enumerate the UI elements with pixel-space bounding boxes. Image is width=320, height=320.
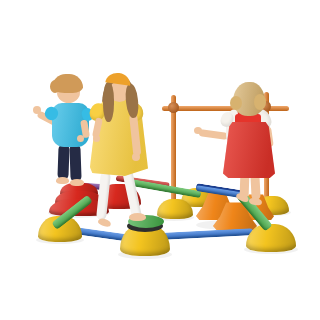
child-middle-hair-strand — [103, 82, 114, 122]
child-middle-hand — [93, 135, 100, 142]
rotating-disc — [128, 215, 164, 228]
child-left-tshirt — [52, 103, 89, 147]
child-left-hand — [33, 106, 41, 114]
child-left-foot — [56, 177, 69, 184]
crossbar-clamp-left — [168, 102, 179, 113]
child-left-arm-down — [80, 119, 90, 138]
child-right — [0, 0, 320, 320]
child-middle-hair-back — [102, 76, 137, 126]
child-left-leg — [57, 144, 69, 180]
child-middle-hair-strand — [124, 83, 139, 118]
child-right-arm-extended — [199, 129, 229, 140]
child-left-hair-side — [50, 80, 60, 93]
child-left-hand — [77, 135, 84, 142]
child-right-hand — [194, 127, 202, 134]
plank-blue-right — [160, 228, 253, 240]
child-middle-dress — [90, 100, 148, 176]
child-middle-face — [109, 81, 130, 102]
child-left-face — [57, 82, 80, 103]
crossbar-clamp-right — [260, 101, 271, 112]
child-middle-arm-front — [92, 117, 103, 138]
child-middle-headband — [105, 71, 131, 85]
pole-base-dome-left — [157, 199, 193, 219]
child-right-overall-bib — [235, 114, 261, 126]
child-left-sleeve — [81, 107, 95, 122]
child-left — [0, 0, 320, 320]
child-middle-arm-reaching — [129, 114, 141, 157]
child-left-hair — [52, 74, 83, 93]
product-photo-scene — [0, 0, 320, 320]
child-right-sleeve — [219, 110, 235, 128]
child-middle-ruffle-sleeve — [126, 101, 145, 122]
child-middle — [0, 0, 320, 320]
child-middle-hand — [132, 153, 140, 161]
child-middle-ruffle-sleeve — [87, 101, 107, 123]
child-left-arm-raised — [36, 110, 57, 126]
child-middle-foot-back — [97, 217, 112, 228]
stepping-stone-yellow-front-right — [246, 224, 296, 252]
child-left-leg — [69, 144, 81, 182]
child-left-sleeve — [43, 105, 61, 123]
